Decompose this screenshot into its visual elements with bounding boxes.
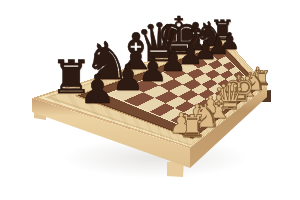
piece-black-pawn-d7: ♟ [160,47,187,77]
piece-white-rook-a1: ♜ [178,112,206,143]
piece-white-pawn-h2: ♟ [249,65,265,83]
piece-white-pawn-d2: ♟ [212,86,233,109]
piece-white-pawn-b2: ♟ [185,101,208,127]
piece-white-pawn-a2: ♟ [169,110,194,138]
piece-black-pawn-a7: ♟ [80,69,116,109]
piece-white-pawn-f2: ♟ [233,74,251,94]
piece-black-rook-a8: ♜ [50,54,91,100]
piece-white-rook-h1: ♜ [253,68,271,88]
piece-black-knight-b8: ♞ [84,36,131,88]
piece-black-knight-g8: ♞ [195,16,225,50]
piece-white-pawn-g2: ♟ [242,69,259,88]
piece-white-knight-b1: ♞ [192,99,222,132]
piece-black-bishop-f8: ♝ [178,18,212,56]
piece-black-pawn-g7: ♟ [208,34,230,58]
piece-white-knight-g1: ♞ [244,70,266,94]
piece-black-pawn-c7: ♟ [138,53,168,86]
piece-white-pawn-e2: ♟ [223,80,242,101]
piece-white-bishop-f1: ♝ [235,73,259,100]
piece-white-queen-d1: ♛ [213,78,245,114]
piece-white-king-e1: ♚ [223,71,255,107]
pieces-layer: ♜♞♝♛♚♝♞♜♟♟♟♟♟♟♟♟♟♟♟♟♟♟♟♟♜♞♝♛♚♝♞♜ [0,0,300,200]
piece-black-pawn-h7: ♟ [219,30,240,53]
piece-black-king-e8: ♚ [156,10,203,62]
piece-white-bishop-c1: ♝ [204,90,233,122]
piece-black-pawn-f7: ♟ [194,37,217,63]
piece-black-pawn-e7: ♟ [178,41,203,69]
piece-white-pawn-c2: ♟ [200,93,222,117]
piece-black-queen-d8: ♛ [136,16,184,69]
piece-black-bishop-c8: ♝ [113,27,158,77]
piece-black-pawn-b7: ♟ [112,60,144,96]
product-photo-stage: ♜♞♝♛♚♝♞♜♟♟♟♟♟♟♟♟♟♟♟♟♟♟♟♟♜♞♝♛♚♝♞♜ [0,0,300,200]
piece-black-rook-h8: ♜ [210,17,235,45]
